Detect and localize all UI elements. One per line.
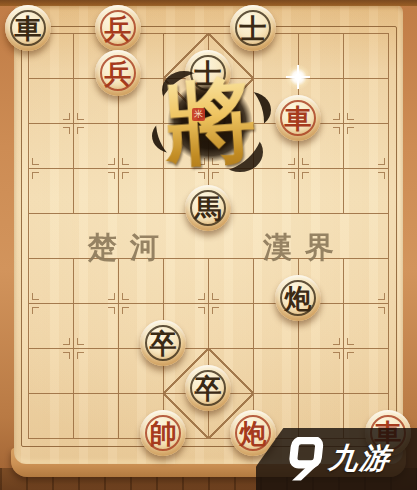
watermark-brand-text: 九游 bbox=[327, 439, 393, 479]
river-label-right: 漢界 bbox=[263, 228, 347, 268]
board-cell bbox=[28, 393, 73, 438]
piece-black-車[interactable]: 車 bbox=[5, 5, 51, 51]
piece-character: 馬 bbox=[195, 195, 222, 222]
check-banner-glyph: 將 bbox=[154, 63, 266, 182]
piece-character: 炮 bbox=[240, 420, 267, 447]
piece-character: 帥 bbox=[150, 420, 177, 447]
board-cell bbox=[343, 33, 388, 78]
piece-character: 炮 bbox=[285, 285, 312, 312]
piece-black-炮[interactable]: 炮 bbox=[275, 275, 321, 321]
9game-logo-icon bbox=[286, 437, 327, 481]
piece-character: 兵 bbox=[105, 15, 132, 42]
piece-character: 士 bbox=[240, 15, 267, 42]
piece-character: 卒 bbox=[195, 375, 222, 402]
piece-red-兵[interactable]: 兵 bbox=[95, 5, 141, 51]
piece-red-帥[interactable]: 帥 bbox=[140, 410, 186, 456]
board-cell bbox=[73, 393, 118, 438]
piece-black-卒[interactable]: 卒 bbox=[140, 320, 186, 366]
board-cell bbox=[28, 213, 73, 258]
board-cell bbox=[253, 348, 298, 393]
banner-seal-stamp: 米 bbox=[192, 108, 205, 121]
river-label-left: 楚河 bbox=[88, 228, 172, 268]
piece-black-馬[interactable]: 馬 bbox=[185, 185, 231, 231]
piece-character: 卒 bbox=[150, 330, 177, 357]
piece-character: 車 bbox=[285, 105, 312, 132]
piece-character: 車 bbox=[15, 15, 42, 42]
piece-red-兵[interactable]: 兵 bbox=[95, 50, 141, 96]
piece-black-卒[interactable]: 卒 bbox=[185, 365, 231, 411]
piece-black-士[interactable]: 士 bbox=[230, 5, 276, 51]
xiangqi-game-screen: 楚河 漢界 車兵士兵士將車馬炮卒卒帥炮車 米 將 九游 bbox=[0, 0, 417, 490]
board-cell bbox=[343, 213, 388, 258]
piece-character: 兵 bbox=[105, 60, 132, 87]
piece-red-車[interactable]: 車 bbox=[275, 95, 321, 141]
watermark-9game: 九游 bbox=[256, 428, 417, 490]
